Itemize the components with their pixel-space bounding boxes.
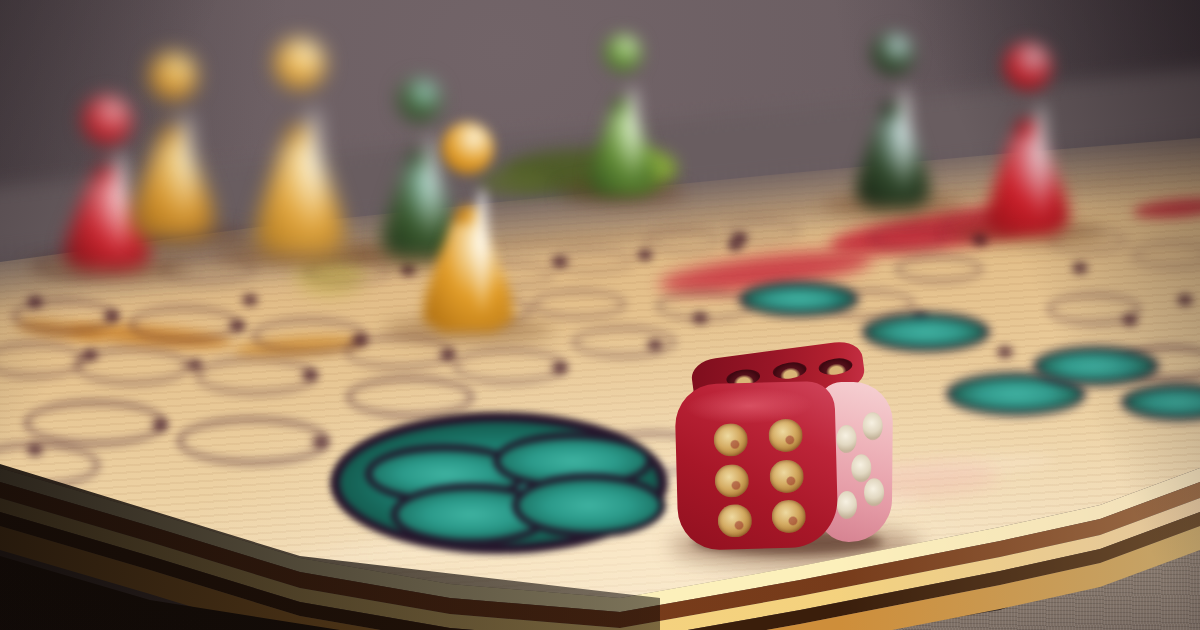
die-pip-gold <box>768 418 803 452</box>
die-pip-pale <box>851 454 871 482</box>
die-pip-hole <box>772 361 808 381</box>
ludo-board-photo <box>0 0 1200 630</box>
die-pip-pale <box>836 425 856 453</box>
die-pip-gold <box>772 499 807 533</box>
die-pip-gold <box>717 504 752 538</box>
die-pip-pale <box>864 478 884 506</box>
die-pip-gold <box>715 464 750 498</box>
die-pip-gold <box>714 423 749 457</box>
die-pip-gold <box>769 460 804 494</box>
die-pip-hole <box>818 357 854 377</box>
die-face-front-six <box>674 381 838 551</box>
die-pip-pale <box>863 413 883 441</box>
red-die[interactable] <box>673 347 894 551</box>
die-pip-pale <box>837 491 857 519</box>
